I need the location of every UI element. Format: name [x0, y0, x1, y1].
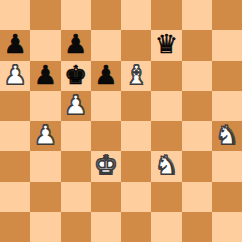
square-h7[interactable] — [212, 30, 242, 60]
square-g7[interactable] — [182, 30, 212, 60]
square-f5[interactable] — [151, 91, 181, 121]
square-e2[interactable] — [121, 182, 151, 212]
white-pawn-c5[interactable]: ♟ — [64, 92, 87, 118]
square-c4[interactable] — [61, 121, 91, 151]
square-d8[interactable] — [91, 0, 121, 30]
black-pawn-d6[interactable]: ♟ — [94, 62, 117, 88]
square-h6[interactable] — [212, 61, 242, 91]
square-d6[interactable]: ♟ — [91, 61, 121, 91]
square-e4[interactable] — [121, 121, 151, 151]
square-g3[interactable] — [182, 151, 212, 181]
square-d3[interactable]: ♚ — [91, 151, 121, 181]
square-c5[interactable]: ♟ — [61, 91, 91, 121]
square-d7[interactable] — [91, 30, 121, 60]
square-b1[interactable] — [30, 212, 60, 242]
square-h8[interactable] — [212, 0, 242, 30]
square-b7[interactable] — [30, 30, 60, 60]
square-f3[interactable]: ♞ — [151, 151, 181, 181]
square-g5[interactable] — [182, 91, 212, 121]
square-e3[interactable] — [121, 151, 151, 181]
square-e8[interactable] — [121, 0, 151, 30]
square-b4[interactable]: ♟ — [30, 121, 60, 151]
black-queen-f7[interactable]: ♛ — [155, 31, 178, 57]
square-d1[interactable] — [91, 212, 121, 242]
square-c1[interactable] — [61, 212, 91, 242]
square-f1[interactable] — [151, 212, 181, 242]
white-pawn-b4[interactable]: ♟ — [34, 122, 57, 148]
square-g8[interactable] — [182, 0, 212, 30]
black-king-c6[interactable]: ♚ — [64, 62, 87, 88]
square-a6[interactable]: ♟ — [0, 61, 30, 91]
square-a7[interactable]: ♟ — [0, 30, 30, 60]
white-king-d3[interactable]: ♚ — [94, 152, 117, 178]
square-a1[interactable] — [0, 212, 30, 242]
square-h4[interactable]: ♞ — [212, 121, 242, 151]
square-c8[interactable] — [61, 0, 91, 30]
square-b3[interactable] — [30, 151, 60, 181]
square-c3[interactable] — [61, 151, 91, 181]
square-b2[interactable] — [30, 182, 60, 212]
square-b8[interactable] — [30, 0, 60, 30]
square-f4[interactable] — [151, 121, 181, 151]
square-a8[interactable] — [0, 0, 30, 30]
square-h5[interactable] — [212, 91, 242, 121]
white-knight-f3[interactable]: ♞ — [155, 152, 178, 178]
square-e7[interactable] — [121, 30, 151, 60]
square-b6[interactable]: ♟ — [30, 61, 60, 91]
square-f6[interactable] — [151, 61, 181, 91]
square-h1[interactable] — [212, 212, 242, 242]
square-a5[interactable] — [0, 91, 30, 121]
square-d4[interactable] — [91, 121, 121, 151]
white-pawn-a6[interactable]: ♟ — [3, 62, 26, 88]
square-d2[interactable] — [91, 182, 121, 212]
square-c7[interactable]: ♟ — [61, 30, 91, 60]
square-h3[interactable] — [212, 151, 242, 181]
square-g4[interactable] — [182, 121, 212, 151]
black-pawn-c7[interactable]: ♟ — [64, 31, 87, 57]
black-pawn-b6[interactable]: ♟ — [34, 62, 57, 88]
white-knight-h4[interactable]: ♞ — [215, 122, 238, 148]
square-h2[interactable] — [212, 182, 242, 212]
square-d5[interactable] — [91, 91, 121, 121]
square-c6[interactable]: ♚ — [61, 61, 91, 91]
chess-board: ♟♟♛♟♟♚♟♝♟♟♞♚♞ — [0, 0, 242, 242]
square-e6[interactable]: ♝ — [121, 61, 151, 91]
square-a3[interactable] — [0, 151, 30, 181]
square-e1[interactable] — [121, 212, 151, 242]
square-f2[interactable] — [151, 182, 181, 212]
square-a2[interactable] — [0, 182, 30, 212]
square-g2[interactable] — [182, 182, 212, 212]
black-pawn-a7[interactable]: ♟ — [3, 31, 26, 57]
white-bishop-e6[interactable]: ♝ — [124, 62, 147, 88]
square-f8[interactable] — [151, 0, 181, 30]
square-g1[interactable] — [182, 212, 212, 242]
square-b5[interactable] — [30, 91, 60, 121]
square-c2[interactable] — [61, 182, 91, 212]
square-g6[interactable] — [182, 61, 212, 91]
square-e5[interactable] — [121, 91, 151, 121]
square-a4[interactable] — [0, 121, 30, 151]
square-f7[interactable]: ♛ — [151, 30, 181, 60]
